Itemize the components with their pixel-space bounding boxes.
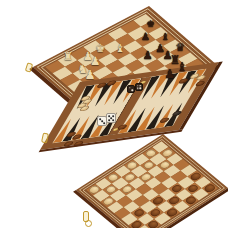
brass-ring-icon: [85, 220, 92, 227]
checkers-field: [86, 141, 218, 228]
backgammon-checker-brown: [73, 141, 84, 147]
backgammon-checker-brown: [63, 141, 74, 147]
hinge-pin-icon: [140, 81, 146, 84]
checkers-board: [76, 134, 228, 228]
product-photo-game-set: ♚♝♛♟♟♟♜♝♟♟♝♚♟♟♜♞♟: [0, 0, 228, 228]
